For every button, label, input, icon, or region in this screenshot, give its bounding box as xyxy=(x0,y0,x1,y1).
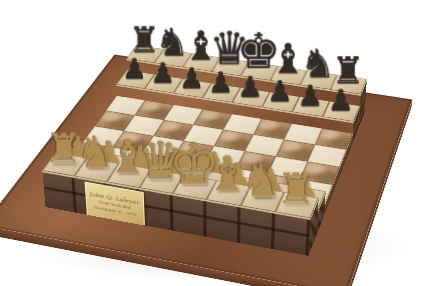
black-pawn[interactable]: ♟ xyxy=(208,68,234,97)
black-pawn[interactable]: ♟ xyxy=(122,55,147,83)
white-rook[interactable]: ♜ xyxy=(277,168,315,211)
black-pawn[interactable]: ♟ xyxy=(297,82,323,111)
black-pawn[interactable]: ♟ xyxy=(237,73,263,102)
black-pawn[interactable]: ♟ xyxy=(267,77,293,106)
black-pawn[interactable]: ♟ xyxy=(328,86,354,115)
black-pawn[interactable]: ♟ xyxy=(179,64,205,93)
black-pawn[interactable]: ♟ xyxy=(150,60,175,88)
board-rig: ♜♞♝♛♚♝♞♜ ♟♟♟♟♟♟♟♟ ♟ ♟♟♟♟♟♟♟ ♜♞♝♛♚♝♞♜ Joh… xyxy=(45,67,366,243)
white-knight[interactable]: ♞ xyxy=(241,159,282,205)
lawyers-chess-set-photo: ♜♞♝♛♚♝♞♜ ♟♟♟♟♟♟♟♟ ♟ ♟♟♟♟♟♟♟ ♜♞♝♛♚♝♞♜ Joh… xyxy=(0,0,436,286)
